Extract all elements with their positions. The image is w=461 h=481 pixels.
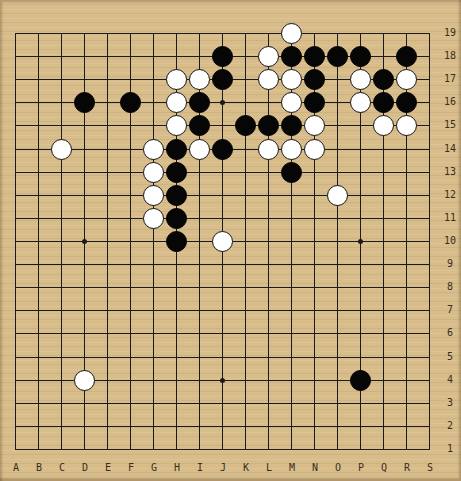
row-label: 7 — [437, 304, 461, 316]
white-stone — [281, 69, 302, 90]
white-stone — [258, 139, 279, 160]
column-label: J — [215, 462, 231, 474]
white-stone — [281, 92, 302, 113]
grid-line-horizontal — [15, 357, 430, 358]
go-board[interactable] — [0, 0, 461, 481]
column-label: P — [353, 462, 369, 474]
row-label: 17 — [437, 73, 461, 85]
row-label: 2 — [437, 420, 461, 432]
row-label: 5 — [437, 351, 461, 363]
grid-line-horizontal — [15, 310, 430, 311]
white-stone — [143, 162, 164, 183]
column-label: N — [307, 462, 323, 474]
grid-line-horizontal — [15, 264, 430, 265]
white-stone — [51, 139, 72, 160]
black-stone — [396, 46, 417, 67]
white-stone — [281, 23, 302, 44]
row-label: 8 — [437, 281, 461, 293]
black-stone — [281, 162, 302, 183]
grid-line-horizontal — [15, 333, 430, 334]
black-stone — [189, 115, 210, 136]
grid-line-vertical — [245, 33, 246, 450]
black-stone — [258, 115, 279, 136]
black-stone — [304, 92, 325, 113]
column-label: D — [77, 462, 93, 474]
row-label: 11 — [437, 212, 461, 224]
grid-line-vertical — [337, 33, 338, 450]
black-stone — [166, 162, 187, 183]
grid-line-vertical — [429, 33, 430, 450]
white-stone — [74, 370, 95, 391]
star-point — [82, 239, 87, 244]
row-label: 10 — [437, 235, 461, 247]
white-stone — [304, 139, 325, 160]
row-label: 3 — [437, 397, 461, 409]
row-label: 12 — [437, 189, 461, 201]
grid-line-horizontal — [15, 449, 430, 450]
black-stone — [212, 139, 233, 160]
black-stone — [166, 208, 187, 229]
black-stone — [350, 46, 371, 67]
column-label: Q — [376, 462, 392, 474]
row-label: 16 — [437, 96, 461, 108]
column-label: S — [422, 462, 438, 474]
row-label: 1 — [437, 443, 461, 455]
column-label: M — [284, 462, 300, 474]
row-label: 15 — [437, 119, 461, 131]
black-stone — [166, 231, 187, 252]
white-stone — [212, 231, 233, 252]
black-stone — [350, 370, 371, 391]
column-label: K — [238, 462, 254, 474]
white-stone — [166, 115, 187, 136]
black-stone — [304, 69, 325, 90]
row-label: 19 — [437, 27, 461, 39]
black-stone — [166, 139, 187, 160]
grid-line-vertical — [268, 33, 269, 450]
black-stone — [212, 46, 233, 67]
black-stone — [166, 185, 187, 206]
grid-line-horizontal — [15, 403, 430, 404]
white-stone — [258, 46, 279, 67]
star-point — [220, 378, 225, 383]
white-stone — [304, 115, 325, 136]
white-stone — [189, 139, 210, 160]
white-stone — [258, 69, 279, 90]
black-stone — [235, 115, 256, 136]
white-stone — [327, 185, 348, 206]
column-label: R — [399, 462, 415, 474]
black-stone — [327, 46, 348, 67]
black-stone — [212, 69, 233, 90]
black-stone — [373, 69, 394, 90]
row-label: 13 — [437, 166, 461, 178]
column-label: L — [261, 462, 277, 474]
black-stone — [373, 92, 394, 113]
column-label: F — [123, 462, 139, 474]
black-stone — [74, 92, 95, 113]
white-stone — [143, 185, 164, 206]
white-stone — [166, 92, 187, 113]
row-label: 6 — [437, 327, 461, 339]
black-stone — [281, 46, 302, 67]
column-label: E — [100, 462, 116, 474]
star-point — [220, 100, 225, 105]
black-stone — [120, 92, 141, 113]
column-label: H — [169, 462, 185, 474]
black-stone — [281, 115, 302, 136]
column-label: B — [31, 462, 47, 474]
black-stone — [304, 46, 325, 67]
row-label: 18 — [437, 50, 461, 62]
black-stone — [189, 92, 210, 113]
grid-line-horizontal — [15, 426, 430, 427]
white-stone — [396, 115, 417, 136]
column-label: G — [146, 462, 162, 474]
white-stone — [350, 92, 371, 113]
go-diagram: ABCDEFGHIJKLMNOPQRS 19181716151413121110… — [0, 0, 461, 481]
white-stone — [143, 139, 164, 160]
star-point — [358, 239, 363, 244]
white-stone — [396, 69, 417, 90]
white-stone — [189, 69, 210, 90]
black-stone — [396, 92, 417, 113]
row-label: 9 — [437, 258, 461, 270]
white-stone — [143, 208, 164, 229]
grid-line-horizontal — [15, 287, 430, 288]
white-stone — [373, 115, 394, 136]
white-stone — [350, 69, 371, 90]
white-stone — [166, 69, 187, 90]
column-label: I — [192, 462, 208, 474]
white-stone — [281, 139, 302, 160]
column-label: C — [54, 462, 70, 474]
row-label: 14 — [437, 143, 461, 155]
column-label: O — [330, 462, 346, 474]
column-label: A — [8, 462, 24, 474]
row-label: 4 — [437, 374, 461, 386]
